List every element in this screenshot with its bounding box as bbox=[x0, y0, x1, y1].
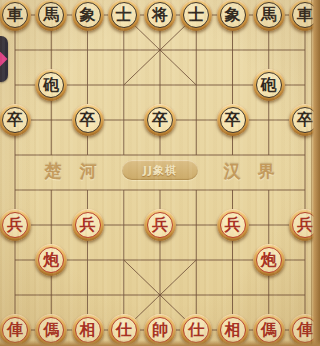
piece-face: 象 bbox=[220, 2, 246, 28]
piece-black-cannon[interactable]: 砲 bbox=[253, 69, 285, 101]
piece-character: 兵 bbox=[225, 217, 241, 233]
river-label-han: 汉 bbox=[224, 160, 241, 183]
piece-black-cannon[interactable]: 砲 bbox=[35, 69, 67, 101]
piece-character: 将 bbox=[152, 7, 168, 23]
piece-character: 俥 bbox=[7, 322, 23, 338]
board-bottom-edge bbox=[0, 340, 320, 346]
diamond-icon bbox=[0, 51, 7, 68]
piece-black-soldier[interactable]: 卒 bbox=[0, 104, 31, 136]
piece-character: 馬 bbox=[43, 7, 59, 23]
piece-face: 卒 bbox=[2, 107, 28, 133]
piece-character: 兵 bbox=[80, 217, 96, 233]
piece-face: 馬 bbox=[38, 2, 64, 28]
piece-character: 卒 bbox=[152, 112, 168, 128]
river-logo-text: JJ象棋 bbox=[143, 163, 177, 178]
piece-face: 士 bbox=[111, 2, 137, 28]
river-logo-badge: JJ象棋 bbox=[122, 160, 198, 180]
piece-face: 炮 bbox=[38, 247, 64, 273]
board-right-edge bbox=[311, 0, 320, 346]
piece-face: 兵 bbox=[2, 212, 28, 238]
piece-character: 馬 bbox=[261, 7, 277, 23]
piece-character: 士 bbox=[188, 7, 204, 23]
piece-black-advisor[interactable]: 士 bbox=[108, 0, 140, 31]
piece-character: 卒 bbox=[7, 112, 23, 128]
piece-red-cannon[interactable]: 炮 bbox=[253, 244, 285, 276]
piece-face: 卒 bbox=[220, 107, 246, 133]
piece-black-elephant[interactable]: 象 bbox=[72, 0, 104, 31]
piece-face: 卒 bbox=[147, 107, 173, 133]
piece-face: 象 bbox=[75, 2, 101, 28]
piece-black-soldier[interactable]: 卒 bbox=[144, 104, 176, 136]
piece-character: 仕 bbox=[116, 322, 132, 338]
piece-black-soldier[interactable]: 卒 bbox=[72, 104, 104, 136]
piece-face: 炮 bbox=[256, 247, 282, 273]
piece-character: 象 bbox=[225, 7, 241, 23]
piece-face: 砲 bbox=[256, 72, 282, 98]
piece-face: 兵 bbox=[75, 212, 101, 238]
piece-character: 帥 bbox=[152, 322, 168, 338]
piece-red-soldier[interactable]: 兵 bbox=[144, 209, 176, 241]
piece-character: 相 bbox=[225, 322, 241, 338]
piece-character: 炮 bbox=[43, 252, 59, 268]
piece-character: 砲 bbox=[261, 77, 277, 93]
piece-face: 卒 bbox=[75, 107, 101, 133]
river-label-jie: 界 bbox=[258, 160, 275, 183]
piece-face: 将 bbox=[147, 2, 173, 28]
piece-black-soldier[interactable]: 卒 bbox=[217, 104, 249, 136]
piece-character: 傌 bbox=[43, 322, 59, 338]
piece-character: 卒 bbox=[80, 112, 96, 128]
piece-red-soldier[interactable]: 兵 bbox=[72, 209, 104, 241]
piece-black-elephant[interactable]: 象 bbox=[217, 0, 249, 31]
piece-face: 馬 bbox=[256, 2, 282, 28]
piece-character: 卒 bbox=[225, 112, 241, 128]
piece-character: 砲 bbox=[43, 77, 59, 93]
piece-character: 仕 bbox=[188, 322, 204, 338]
river-label-he: 河 bbox=[80, 160, 97, 183]
piece-black-general[interactable]: 将 bbox=[144, 0, 176, 31]
piece-character: 象 bbox=[80, 7, 96, 23]
edge-widget-button[interactable] bbox=[0, 36, 8, 82]
piece-red-soldier[interactable]: 兵 bbox=[0, 209, 31, 241]
piece-black-horse[interactable]: 馬 bbox=[253, 0, 285, 31]
piece-face: 士 bbox=[183, 2, 209, 28]
piece-red-soldier[interactable]: 兵 bbox=[217, 209, 249, 241]
piece-face: 兵 bbox=[220, 212, 246, 238]
piece-face: 兵 bbox=[147, 212, 173, 238]
xiangqi-board[interactable]: 楚 河 汉 界 JJ象棋 車馬象士将士象馬車砲砲卒卒卒卒卒兵兵兵兵兵炮炮俥傌相仕… bbox=[0, 0, 320, 346]
piece-character: 炮 bbox=[261, 252, 277, 268]
piece-face: 砲 bbox=[38, 72, 64, 98]
piece-character: 車 bbox=[7, 7, 23, 23]
piece-face: 車 bbox=[2, 2, 28, 28]
piece-character: 士 bbox=[116, 7, 132, 23]
piece-character: 相 bbox=[80, 322, 96, 338]
piece-character: 兵 bbox=[152, 217, 168, 233]
river-label-chu: 楚 bbox=[45, 160, 62, 183]
piece-character: 兵 bbox=[7, 217, 23, 233]
piece-character: 傌 bbox=[261, 322, 277, 338]
piece-red-cannon[interactable]: 炮 bbox=[35, 244, 67, 276]
